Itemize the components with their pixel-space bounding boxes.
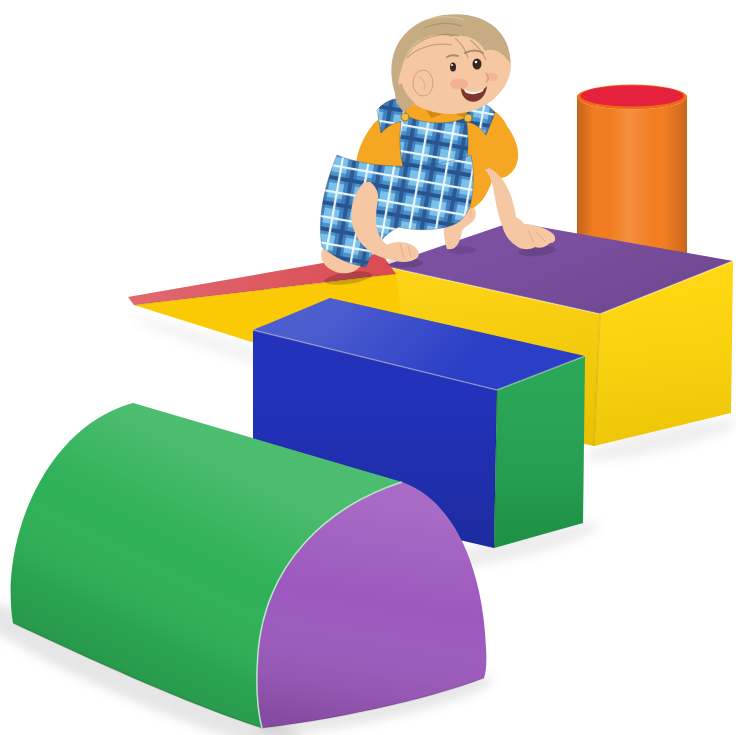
child-ear bbox=[413, 70, 433, 96]
cylinder-top bbox=[581, 86, 684, 107]
child bbox=[318, 14, 556, 287]
child-blush bbox=[450, 79, 468, 90]
child-strap-clasp bbox=[401, 113, 409, 121]
product-photo bbox=[0, 0, 736, 735]
play-set-illustration bbox=[0, 0, 736, 735]
child-head bbox=[390, 14, 514, 118]
child-strap-clasp bbox=[464, 114, 472, 122]
child-left-eye bbox=[450, 63, 456, 72]
child-blush bbox=[486, 73, 498, 81]
child-right-eye bbox=[473, 59, 482, 70]
